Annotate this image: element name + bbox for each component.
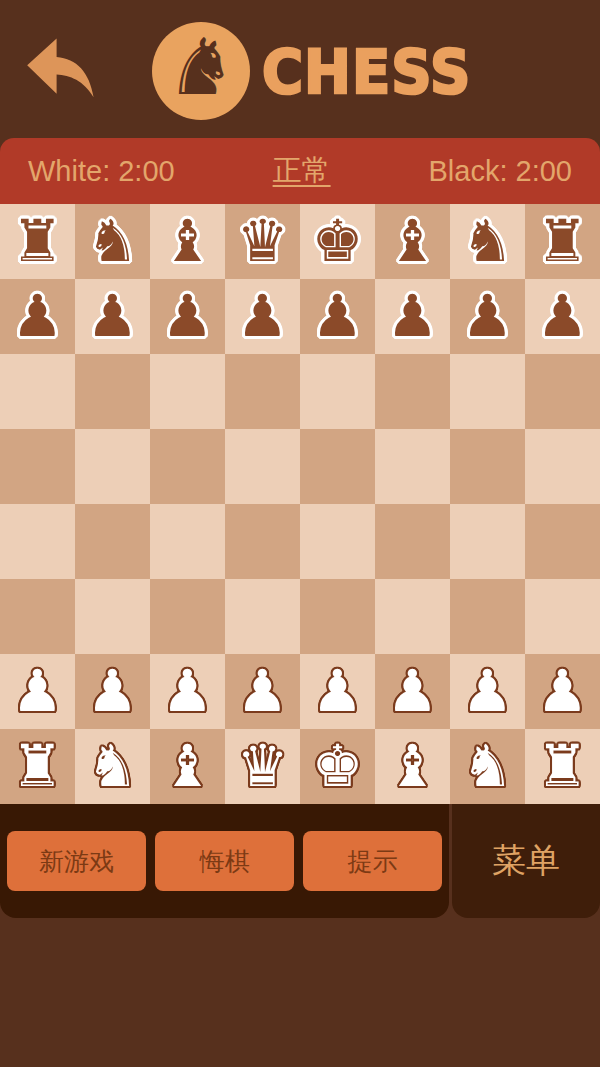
piece-white-pawn: ♟ <box>162 654 214 729</box>
square-a3[interactable] <box>0 579 75 654</box>
piece-black-pawn: ♟ <box>237 279 289 354</box>
square-b7[interactable]: ♟ <box>75 279 150 354</box>
square-b2[interactable]: ♟ <box>75 654 150 729</box>
square-c4[interactable] <box>150 504 225 579</box>
square-f3[interactable] <box>375 579 450 654</box>
square-h6[interactable] <box>525 354 600 429</box>
square-b6[interactable] <box>75 354 150 429</box>
piece-black-knight: ♞ <box>462 204 514 279</box>
square-g5[interactable] <box>450 429 525 504</box>
app-brand: ♞ CHESS <box>152 22 471 120</box>
square-f8[interactable]: ♝ <box>375 204 450 279</box>
square-d3[interactable] <box>225 579 300 654</box>
piece-black-pawn: ♟ <box>12 279 64 354</box>
square-f4[interactable] <box>375 504 450 579</box>
piece-white-knight: ♞ <box>462 729 514 804</box>
piece-white-pawn: ♟ <box>387 654 439 729</box>
square-b8[interactable]: ♞ <box>75 204 150 279</box>
piece-black-rook: ♜ <box>537 204 589 279</box>
square-c6[interactable] <box>150 354 225 429</box>
square-d2[interactable]: ♟ <box>225 654 300 729</box>
piece-white-pawn: ♟ <box>312 654 364 729</box>
piece-white-king: ♚ <box>312 729 364 804</box>
piece-black-queen: ♛ <box>237 204 289 279</box>
hint-button[interactable]: 提示 <box>303 831 442 891</box>
square-a2[interactable]: ♟ <box>0 654 75 729</box>
back-button[interactable] <box>22 30 108 114</box>
piece-black-pawn: ♟ <box>537 279 589 354</box>
piece-white-bishop: ♝ <box>387 729 439 804</box>
square-e4[interactable] <box>300 504 375 579</box>
square-b4[interactable] <box>75 504 150 579</box>
square-c5[interactable] <box>150 429 225 504</box>
mode-label[interactable]: 正常 <box>273 151 331 191</box>
square-e6[interactable] <box>300 354 375 429</box>
square-c3[interactable] <box>150 579 225 654</box>
square-h8[interactable]: ♜ <box>525 204 600 279</box>
square-g8[interactable]: ♞ <box>450 204 525 279</box>
piece-white-rook: ♜ <box>12 729 64 804</box>
square-c8[interactable]: ♝ <box>150 204 225 279</box>
app-title: CHESS <box>262 36 471 106</box>
square-d4[interactable] <box>225 504 300 579</box>
square-d8[interactable]: ♛ <box>225 204 300 279</box>
square-h1[interactable]: ♜ <box>525 729 600 804</box>
chess-app: ♞ CHESS White: 2:00 正常 Black: 2:00 ♜♞♝♛♚… <box>0 0 600 1067</box>
piece-black-pawn: ♟ <box>87 279 139 354</box>
piece-white-knight: ♞ <box>87 729 139 804</box>
black-clock: Black: 2:00 <box>429 155 572 188</box>
square-h3[interactable] <box>525 579 600 654</box>
square-a5[interactable] <box>0 429 75 504</box>
undo-move-button[interactable]: 悔棋 <box>155 831 294 891</box>
square-h5[interactable] <box>525 429 600 504</box>
square-f5[interactable] <box>375 429 450 504</box>
square-f2[interactable]: ♟ <box>375 654 450 729</box>
back-arrow-icon <box>22 30 108 114</box>
square-g1[interactable]: ♞ <box>450 729 525 804</box>
piece-white-pawn: ♟ <box>537 654 589 729</box>
square-b5[interactable] <box>75 429 150 504</box>
square-g3[interactable] <box>450 579 525 654</box>
square-f6[interactable] <box>375 354 450 429</box>
square-g2[interactable]: ♟ <box>450 654 525 729</box>
square-e8[interactable]: ♚ <box>300 204 375 279</box>
square-d5[interactable] <box>225 429 300 504</box>
square-d1[interactable]: ♛ <box>225 729 300 804</box>
piece-black-knight: ♞ <box>87 204 139 279</box>
piece-white-pawn: ♟ <box>12 654 64 729</box>
piece-black-pawn: ♟ <box>162 279 214 354</box>
square-a4[interactable] <box>0 504 75 579</box>
square-e1[interactable]: ♚ <box>300 729 375 804</box>
square-h7[interactable]: ♟ <box>525 279 600 354</box>
square-h2[interactable]: ♟ <box>525 654 600 729</box>
status-bar: White: 2:00 正常 Black: 2:00 <box>0 138 600 204</box>
bottom-bar: 新游戏 悔棋 提示 菜单 <box>0 804 600 918</box>
piece-white-rook: ♜ <box>537 729 589 804</box>
square-a8[interactable]: ♜ <box>0 204 75 279</box>
square-g6[interactable] <box>450 354 525 429</box>
square-a1[interactable]: ♜ <box>0 729 75 804</box>
square-f7[interactable]: ♟ <box>375 279 450 354</box>
piece-white-queen: ♛ <box>237 729 289 804</box>
new-game-button[interactable]: 新游戏 <box>7 831 146 891</box>
knight-glyph: ♞ <box>166 22 236 116</box>
knight-logo-icon: ♞ <box>152 22 250 120</box>
square-a6[interactable] <box>0 354 75 429</box>
piece-white-pawn: ♟ <box>87 654 139 729</box>
piece-black-king: ♚ <box>312 204 364 279</box>
square-g4[interactable] <box>450 504 525 579</box>
piece-black-pawn: ♟ <box>312 279 364 354</box>
piece-white-pawn: ♟ <box>462 654 514 729</box>
piece-black-rook: ♜ <box>12 204 64 279</box>
piece-black-bishop: ♝ <box>162 204 214 279</box>
square-f1[interactable]: ♝ <box>375 729 450 804</box>
footer-spacer <box>0 918 600 1067</box>
square-d7[interactable]: ♟ <box>225 279 300 354</box>
square-b3[interactable] <box>75 579 150 654</box>
square-e7[interactable]: ♟ <box>300 279 375 354</box>
piece-black-bishop: ♝ <box>387 204 439 279</box>
square-d6[interactable] <box>225 354 300 429</box>
square-b1[interactable]: ♞ <box>75 729 150 804</box>
square-e2[interactable]: ♟ <box>300 654 375 729</box>
piece-black-pawn: ♟ <box>462 279 514 354</box>
chess-board[interactable]: ♜♞♝♛♚♝♞♜♟♟♟♟♟♟♟♟♟♟♟♟♟♟♟♟♜♞♝♛♚♝♞♜ <box>0 204 600 804</box>
piece-white-pawn: ♟ <box>237 654 289 729</box>
piece-black-pawn: ♟ <box>387 279 439 354</box>
white-clock: White: 2:00 <box>28 155 175 188</box>
square-c1[interactable]: ♝ <box>150 729 225 804</box>
square-c2[interactable]: ♟ <box>150 654 225 729</box>
action-buttons: 新游戏 悔棋 提示 <box>0 804 449 918</box>
square-e3[interactable] <box>300 579 375 654</box>
app-header: ♞ CHESS <box>0 0 600 138</box>
square-h4[interactable] <box>525 504 600 579</box>
square-g7[interactable]: ♟ <box>450 279 525 354</box>
menu-button[interactable]: 菜单 <box>452 804 600 918</box>
square-a7[interactable]: ♟ <box>0 279 75 354</box>
square-e5[interactable] <box>300 429 375 504</box>
piece-white-bishop: ♝ <box>162 729 214 804</box>
square-c7[interactable]: ♟ <box>150 279 225 354</box>
